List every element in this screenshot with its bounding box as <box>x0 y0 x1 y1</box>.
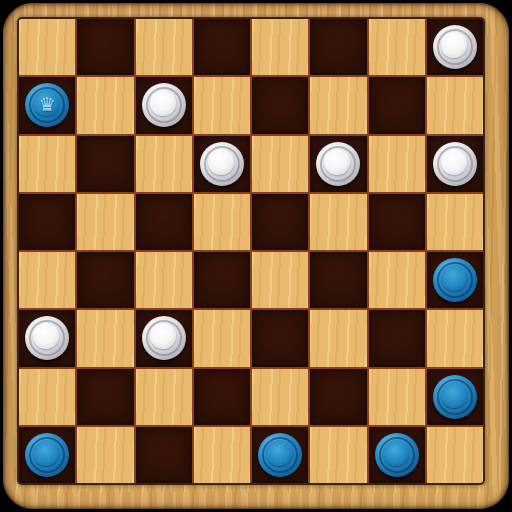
square-r3c5 <box>252 136 308 192</box>
blue-king-piece[interactable]: ♛ <box>25 83 69 127</box>
white-piece[interactable] <box>433 25 477 69</box>
square-r8c8 <box>427 427 483 483</box>
blue-piece[interactable] <box>433 375 477 419</box>
piece-face <box>441 265 467 291</box>
piece-ring <box>146 320 182 356</box>
square-r6c2 <box>77 310 133 366</box>
square-r4c7[interactable] <box>369 194 425 250</box>
square-r4c3[interactable] <box>136 194 192 250</box>
square-r2c8 <box>427 77 483 133</box>
square-r5c5 <box>252 252 308 308</box>
piece-face <box>33 90 59 116</box>
square-r1c1 <box>19 19 75 75</box>
blue-piece[interactable] <box>375 433 419 477</box>
piece-face <box>441 149 467 175</box>
square-r3c4[interactable] <box>194 136 250 192</box>
piece-face <box>150 90 176 116</box>
blue-piece[interactable] <box>258 433 302 477</box>
square-r2c6 <box>310 77 366 133</box>
square-r5c6[interactable] <box>310 252 366 308</box>
square-r2c4 <box>194 77 250 133</box>
piece-ring <box>262 437 298 473</box>
piece-face <box>266 440 292 466</box>
square-r6c5[interactable] <box>252 310 308 366</box>
square-r7c7 <box>369 369 425 425</box>
piece-ring <box>29 87 65 123</box>
piece-face <box>33 440 59 466</box>
square-r1c3 <box>136 19 192 75</box>
piece-ring <box>437 29 473 65</box>
piece-ring <box>146 87 182 123</box>
square-r2c3[interactable] <box>136 77 192 133</box>
piece-face <box>208 149 234 175</box>
square-r6c7[interactable] <box>369 310 425 366</box>
piece-ring <box>29 320 65 356</box>
king-crown-icon: ♛ <box>25 95 69 114</box>
piece-ring <box>204 146 240 182</box>
square-r2c7[interactable] <box>369 77 425 133</box>
square-r5c8[interactable] <box>427 252 483 308</box>
square-r2c5[interactable] <box>252 77 308 133</box>
square-r2c1[interactable]: ♛ <box>19 77 75 133</box>
piece-ring <box>437 262 473 298</box>
square-r7c8[interactable] <box>427 369 483 425</box>
square-r1c5 <box>252 19 308 75</box>
square-r7c4[interactable] <box>194 369 250 425</box>
square-r5c2[interactable] <box>77 252 133 308</box>
square-r7c1 <box>19 369 75 425</box>
piece-face <box>383 440 409 466</box>
square-r6c1[interactable] <box>19 310 75 366</box>
square-r1c6[interactable] <box>310 19 366 75</box>
square-r3c7 <box>369 136 425 192</box>
white-piece[interactable] <box>200 142 244 186</box>
square-r4c1[interactable] <box>19 194 75 250</box>
blue-piece[interactable] <box>25 433 69 477</box>
square-r1c4[interactable] <box>194 19 250 75</box>
white-piece[interactable] <box>142 316 186 360</box>
square-r8c7[interactable] <box>369 427 425 483</box>
square-r1c7 <box>369 19 425 75</box>
piece-ring <box>29 437 65 473</box>
square-r5c7 <box>369 252 425 308</box>
piece-face <box>150 323 176 349</box>
piece-ring <box>379 437 415 473</box>
square-r3c1 <box>19 136 75 192</box>
wooden-board: ♛ <box>3 3 509 509</box>
square-r5c4[interactable] <box>194 252 250 308</box>
square-r8c4 <box>194 427 250 483</box>
square-r3c3 <box>136 136 192 192</box>
square-r6c8 <box>427 310 483 366</box>
square-r3c6[interactable] <box>310 136 366 192</box>
white-piece[interactable] <box>142 83 186 127</box>
square-r6c3[interactable] <box>136 310 192 366</box>
piece-ring <box>320 146 356 182</box>
square-r3c2[interactable] <box>77 136 133 192</box>
square-r8c2 <box>77 427 133 483</box>
white-piece[interactable] <box>316 142 360 186</box>
square-r5c1 <box>19 252 75 308</box>
square-r3c8[interactable] <box>427 136 483 192</box>
square-r5c3 <box>136 252 192 308</box>
blue-piece[interactable] <box>433 258 477 302</box>
piece-face <box>441 32 467 58</box>
square-r1c2[interactable] <box>77 19 133 75</box>
square-r8c6 <box>310 427 366 483</box>
square-r8c1[interactable] <box>19 427 75 483</box>
square-r7c2[interactable] <box>77 369 133 425</box>
square-r4c5[interactable] <box>252 194 308 250</box>
square-r8c3[interactable] <box>136 427 192 483</box>
square-r8c5[interactable] <box>252 427 308 483</box>
square-r7c5 <box>252 369 308 425</box>
square-r7c6[interactable] <box>310 369 366 425</box>
checkers-game: ♛ <box>0 0 512 512</box>
piece-face <box>441 382 467 408</box>
piece-ring <box>437 146 473 182</box>
square-r2c2 <box>77 77 133 133</box>
square-r1c8[interactable] <box>427 19 483 75</box>
square-r7c3 <box>136 369 192 425</box>
white-piece[interactable] <box>25 316 69 360</box>
square-r6c6 <box>310 310 366 366</box>
square-r4c4 <box>194 194 250 250</box>
square-r4c6 <box>310 194 366 250</box>
piece-face <box>33 323 59 349</box>
square-r4c8 <box>427 194 483 250</box>
piece-ring <box>437 379 473 415</box>
white-piece[interactable] <box>433 142 477 186</box>
square-r4c2 <box>77 194 133 250</box>
board-grid: ♛ <box>17 17 485 485</box>
piece-face <box>324 149 350 175</box>
square-r6c4 <box>194 310 250 366</box>
